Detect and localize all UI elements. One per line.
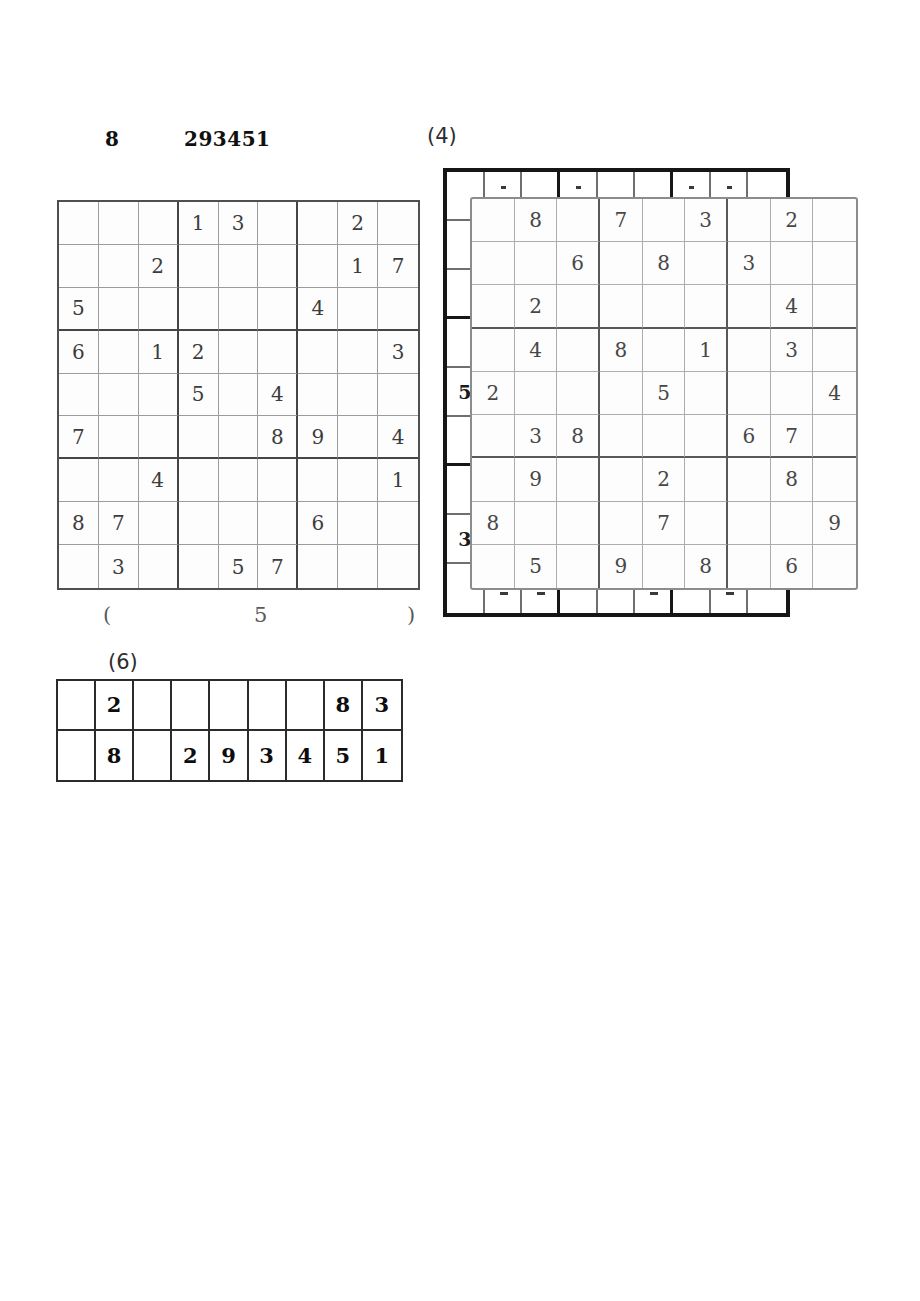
strip-grid-cell-r2c4[interactable]: 2 — [172, 731, 210, 781]
left-grid-cell-r2c1[interactable] — [59, 245, 99, 288]
worksheet-page: { "game": "sudoku", "page": { "header_nu… — [0, 0, 920, 1301]
answer-paren-close: ) — [407, 603, 415, 627]
front-grid-cell-r5c1[interactable]: 2 — [472, 372, 515, 415]
left-grid-cell-r3c5[interactable] — [219, 288, 259, 331]
back-grid-partial-digit-mark — [500, 592, 508, 595]
left-grid-cell-r5c9[interactable] — [378, 374, 418, 417]
answer-value: 5 — [254, 603, 267, 627]
left-grid-cell-r9c2[interactable]: 3 — [99, 545, 139, 588]
left-grid-cell-r5c5[interactable] — [219, 374, 259, 417]
front-grid-cell-r9c1[interactable] — [472, 545, 515, 588]
front-grid-cell-r3c1[interactable] — [472, 285, 515, 328]
left-grid-cell-r4c4[interactable]: 2 — [179, 331, 219, 374]
front-grid-cell-r2c3[interactable]: 6 — [557, 242, 600, 285]
sudoku-grid-left: 13221754612354789441876357 — [57, 200, 420, 590]
front-grid-cell-r5c3[interactable] — [557, 372, 600, 415]
front-grid-cell-r8c5[interactable]: 7 — [643, 502, 686, 545]
front-grid-cell-r4c7[interactable] — [728, 329, 771, 372]
front-grid-cell-r4c9[interactable] — [813, 329, 856, 372]
front-grid-cell-r7c6[interactable] — [685, 458, 728, 501]
front-grid-cell-r3c7[interactable] — [728, 285, 771, 328]
front-grid-cell-r6c7[interactable]: 6 — [728, 415, 771, 458]
front-grid-cell-r4c1[interactable] — [472, 329, 515, 372]
front-grid-cell-r5c5[interactable]: 5 — [643, 372, 686, 415]
left-grid-cell-r2c6[interactable] — [258, 245, 298, 288]
front-grid-cell-r1c1[interactable] — [472, 199, 515, 242]
left-grid-cell-r1c5[interactable]: 3 — [219, 202, 259, 245]
left-grid-cell-r3c8[interactable] — [338, 288, 378, 331]
strip-grid-cell-r2c2[interactable]: 8 — [96, 731, 134, 781]
left-grid-cell-r6c8[interactable] — [338, 416, 378, 459]
strip-grid-cell-r1c7[interactable] — [287, 681, 325, 731]
back-grid-partial-digit-mark — [650, 592, 658, 595]
back-grid-partial-digit-mark — [501, 186, 506, 189]
front-grid-cell-r6c8[interactable]: 7 — [771, 415, 814, 458]
left-grid-cell-r1c1[interactable] — [59, 202, 99, 245]
left-grid-cell-r4c6[interactable] — [258, 331, 298, 374]
left-grid-cell-r8c4[interactable] — [179, 502, 219, 545]
strip-grid-cell-r2c1[interactable] — [58, 731, 96, 781]
front-grid-cell-r1c5[interactable] — [643, 199, 686, 242]
front-grid-cell-r3c8[interactable]: 4 — [771, 285, 814, 328]
back-grid-partial-digit-mark — [727, 186, 732, 189]
front-grid-cell-r7c1[interactable] — [472, 458, 515, 501]
left-grid-cell-r6c9[interactable]: 4 — [378, 416, 418, 459]
front-grid-cell-r6c1[interactable] — [472, 415, 515, 458]
front-grid-cell-r3c3[interactable] — [557, 285, 600, 328]
left-grid-cell-r2c7[interactable] — [298, 245, 338, 288]
back-grid-partial-digit-mark — [726, 592, 734, 595]
front-grid-cell-r7c4[interactable] — [600, 458, 643, 501]
left-grid-cell-r1c2[interactable] — [99, 202, 139, 245]
left-grid-cell-r1c8[interactable]: 2 — [338, 202, 378, 245]
left-grid-cell-r5c2[interactable] — [99, 374, 139, 417]
strip-grid-cell-r2c8[interactable]: 5 — [325, 731, 363, 781]
front-grid-cell-r8c2[interactable] — [515, 502, 558, 545]
front-grid-cell-r7c3[interactable] — [557, 458, 600, 501]
front-grid-cell-r2c8[interactable] — [771, 242, 814, 285]
strip-grid-cell-r1c3[interactable] — [134, 681, 172, 731]
strip-grid-cell-r1c4[interactable] — [172, 681, 210, 731]
strip-grid-cell-r2c6[interactable]: 3 — [249, 731, 287, 781]
front-grid-cell-r7c9[interactable] — [813, 458, 856, 501]
strip-grid-cell-r1c2[interactable]: 2 — [96, 681, 134, 731]
strip-grid-cell-r2c7[interactable]: 4 — [287, 731, 325, 781]
left-grid-cell-r3c1[interactable]: 5 — [59, 288, 99, 331]
front-grid-cell-r2c1[interactable] — [472, 242, 515, 285]
strip-grid-cell-r1c6[interactable] — [249, 681, 287, 731]
front-grid-cell-r5c6[interactable] — [685, 372, 728, 415]
number-strip-grid: 2838293451 — [56, 679, 403, 782]
left-grid-cell-r3c3[interactable] — [139, 288, 179, 331]
left-grid-cell-r3c6[interactable] — [258, 288, 298, 331]
left-grid-cell-r9c9[interactable] — [378, 545, 418, 588]
strip-grid-cell-r1c5[interactable] — [210, 681, 248, 731]
front-grid-cell-r2c4[interactable] — [600, 242, 643, 285]
left-grid-cell-r7c7[interactable] — [298, 459, 338, 502]
left-grid-cell-r1c4[interactable]: 1 — [179, 202, 219, 245]
left-grid-cell-r1c3[interactable] — [139, 202, 179, 245]
front-grid-cell-r9c2[interactable]: 5 — [515, 545, 558, 588]
front-grid-cell-r8c8[interactable] — [771, 502, 814, 545]
front-grid-cell-r6c6[interactable] — [685, 415, 728, 458]
left-grid-cell-r9c8[interactable] — [338, 545, 378, 588]
front-grid-cell-r7c8[interactable]: 8 — [771, 458, 814, 501]
front-grid-cell-r3c9[interactable] — [813, 285, 856, 328]
left-grid-cell-r6c4[interactable] — [179, 416, 219, 459]
front-grid-cell-r2c2[interactable] — [515, 242, 558, 285]
left-grid-cell-r6c1[interactable]: 7 — [59, 416, 99, 459]
front-grid-cell-r2c5[interactable]: 8 — [643, 242, 686, 285]
left-grid-cell-r2c4[interactable] — [179, 245, 219, 288]
left-grid-cell-r2c8[interactable]: 1 — [338, 245, 378, 288]
sudoku-grid-right-front: 873268324481325438679288795986 — [470, 197, 858, 590]
front-grid-cell-r4c2[interactable]: 4 — [515, 329, 558, 372]
left-grid-cell-r9c4[interactable] — [179, 545, 219, 588]
front-grid-cell-r9c7[interactable] — [728, 545, 771, 588]
left-grid-cell-r7c2[interactable] — [99, 459, 139, 502]
left-grid-cell-r5c8[interactable] — [338, 374, 378, 417]
left-grid-cell-r8c6[interactable] — [258, 502, 298, 545]
front-grid-cell-r5c4[interactable] — [600, 372, 643, 415]
left-grid-cell-r1c9[interactable] — [378, 202, 418, 245]
front-grid-cell-r7c5[interactable]: 2 — [643, 458, 686, 501]
front-grid-cell-r8c4[interactable] — [600, 502, 643, 545]
left-grid-cell-r6c7[interactable]: 9 — [298, 416, 338, 459]
left-grid-cell-r8c5[interactable] — [219, 502, 259, 545]
front-grid-cell-r4c5[interactable] — [643, 329, 686, 372]
front-grid-cell-r1c7[interactable] — [728, 199, 771, 242]
front-grid-cell-r3c2[interactable]: 2 — [515, 285, 558, 328]
puzzle-4-label: (4) — [427, 124, 457, 148]
left-grid-cell-r7c1[interactable] — [59, 459, 99, 502]
front-grid-cell-r8c9[interactable]: 9 — [813, 502, 856, 545]
left-grid-cell-r4c7[interactable] — [298, 331, 338, 374]
front-grid-cell-r1c6[interactable]: 3 — [685, 199, 728, 242]
left-grid-cell-r9c3[interactable] — [139, 545, 179, 588]
left-grid-cell-r9c5[interactable]: 5 — [219, 545, 259, 588]
left-grid-cell-r7c6[interactable] — [258, 459, 298, 502]
left-grid-cell-r7c9[interactable]: 1 — [378, 459, 418, 502]
front-grid-cell-r5c9[interactable]: 4 — [813, 372, 856, 415]
front-grid-cell-r2c6[interactable] — [685, 242, 728, 285]
strip-grid-cell-r2c5[interactable]: 9 — [210, 731, 248, 781]
answer-paren-open: ( — [103, 603, 111, 627]
left-grid-cell-r4c1[interactable]: 6 — [59, 331, 99, 374]
front-grid-cell-r9c3[interactable] — [557, 545, 600, 588]
front-grid-cell-r1c9[interactable] — [813, 199, 856, 242]
left-grid-cell-r8c1[interactable]: 8 — [59, 502, 99, 545]
front-grid-cell-r6c9[interactable] — [813, 415, 856, 458]
left-grid-cell-r7c5[interactable] — [219, 459, 259, 502]
front-grid-cell-r9c9[interactable] — [813, 545, 856, 588]
front-grid-cell-r9c4[interactable]: 9 — [600, 545, 643, 588]
header-number: 8 — [105, 127, 119, 151]
front-grid-cell-r9c6[interactable]: 8 — [685, 545, 728, 588]
left-grid-cell-r5c6[interactable]: 4 — [258, 374, 298, 417]
front-grid-cell-r4c3[interactable] — [557, 329, 600, 372]
left-grid-cell-r8c8[interactable] — [338, 502, 378, 545]
left-grid-cell-r1c6[interactable] — [258, 202, 298, 245]
front-grid-cell-r2c7[interactable]: 3 — [728, 242, 771, 285]
front-grid-cell-r4c8[interactable]: 3 — [771, 329, 814, 372]
left-grid-cell-r7c4[interactable] — [179, 459, 219, 502]
left-grid-cell-r2c9[interactable]: 7 — [378, 245, 418, 288]
left-grid-cell-r9c1[interactable] — [59, 545, 99, 588]
puzzle-6-label: (6) — [108, 650, 138, 674]
left-grid-cell-r5c4[interactable]: 5 — [179, 374, 219, 417]
left-grid-cell-r7c3[interactable]: 4 — [139, 459, 179, 502]
left-grid-cell-r2c5[interactable] — [219, 245, 259, 288]
front-grid-cell-r8c1[interactable]: 8 — [472, 502, 515, 545]
front-grid-cell-r9c5[interactable] — [643, 545, 686, 588]
header-answer-digits: 293451 — [184, 127, 271, 151]
strip-grid-cell-r1c9[interactable]: 3 — [363, 681, 401, 731]
left-grid-cell-r1c7[interactable] — [298, 202, 338, 245]
left-grid-cell-r8c2[interactable]: 7 — [99, 502, 139, 545]
left-grid-cell-r4c3[interactable]: 1 — [139, 331, 179, 374]
front-grid-cell-r3c5[interactable] — [643, 285, 686, 328]
left-grid-cell-r6c5[interactable] — [219, 416, 259, 459]
front-grid-cell-r8c3[interactable] — [557, 502, 600, 545]
front-grid-cell-r4c4[interactable]: 8 — [600, 329, 643, 372]
left-grid-cell-r6c6[interactable]: 8 — [258, 416, 298, 459]
left-grid-cell-r6c2[interactable] — [99, 416, 139, 459]
left-grid-cell-r4c9[interactable]: 3 — [378, 331, 418, 374]
left-grid-cell-r8c3[interactable] — [139, 502, 179, 545]
front-grid-cell-r1c3[interactable] — [557, 199, 600, 242]
front-grid-cell-r1c4[interactable]: 7 — [600, 199, 643, 242]
front-grid-cell-r7c7[interactable] — [728, 458, 771, 501]
left-grid-cell-r3c9[interactable] — [378, 288, 418, 331]
front-grid-cell-r6c3[interactable]: 8 — [557, 415, 600, 458]
left-grid-cell-r2c3[interactable]: 2 — [139, 245, 179, 288]
left-grid-cell-r9c7[interactable] — [298, 545, 338, 588]
left-grid-cell-r5c3[interactable] — [139, 374, 179, 417]
back-grid-partial-digit-mark — [537, 592, 545, 595]
front-grid-cell-r1c2[interactable]: 8 — [515, 199, 558, 242]
left-grid-cell-r4c2[interactable] — [99, 331, 139, 374]
left-grid-cell-r9c6[interactable]: 7 — [258, 545, 298, 588]
front-grid-cell-r3c6[interactable] — [685, 285, 728, 328]
strip-grid-cell-r1c1[interactable] — [58, 681, 96, 731]
front-grid-cell-r9c8[interactable]: 6 — [771, 545, 814, 588]
left-grid-cell-r2c2[interactable] — [99, 245, 139, 288]
front-grid-cell-r7c2[interactable]: 9 — [515, 458, 558, 501]
front-grid-cell-r5c8[interactable] — [771, 372, 814, 415]
left-grid-cell-r3c4[interactable] — [179, 288, 219, 331]
front-grid-cell-r8c6[interactable] — [685, 502, 728, 545]
front-grid-cell-r6c2[interactable]: 3 — [515, 415, 558, 458]
front-grid-cell-r6c5[interactable] — [643, 415, 686, 458]
left-grid-cell-r3c2[interactable] — [99, 288, 139, 331]
front-grid-cell-r1c8[interactable]: 2 — [771, 199, 814, 242]
left-grid-cell-r8c7[interactable]: 6 — [298, 502, 338, 545]
strip-grid-cell-r2c3[interactable] — [134, 731, 172, 781]
left-grid-cell-r5c1[interactable] — [59, 374, 99, 417]
front-grid-cell-r5c7[interactable] — [728, 372, 771, 415]
left-grid-cell-r4c8[interactable] — [338, 331, 378, 374]
left-grid-cell-r7c8[interactable] — [338, 459, 378, 502]
front-grid-cell-r3c4[interactable] — [600, 285, 643, 328]
left-grid-cell-r6c3[interactable] — [139, 416, 179, 459]
front-grid-cell-r2c9[interactable] — [813, 242, 856, 285]
left-grid-cell-r8c9[interactable] — [378, 502, 418, 545]
strip-grid-cell-r2c9[interactable]: 1 — [363, 731, 401, 781]
front-grid-cell-r5c2[interactable] — [515, 372, 558, 415]
front-grid-cell-r4c6[interactable]: 1 — [685, 329, 728, 372]
front-grid-cell-r6c4[interactable] — [600, 415, 643, 458]
front-grid-cell-r8c7[interactable] — [728, 502, 771, 545]
left-grid-cell-r3c7[interactable]: 4 — [298, 288, 338, 331]
strip-grid-cell-r1c8[interactable]: 8 — [325, 681, 363, 731]
left-grid-cell-r4c5[interactable] — [219, 331, 259, 374]
back-grid-partial-digit-mark — [689, 186, 694, 189]
back-grid-partial-digit-mark — [576, 186, 581, 189]
left-grid-cell-r5c7[interactable] — [298, 374, 338, 417]
